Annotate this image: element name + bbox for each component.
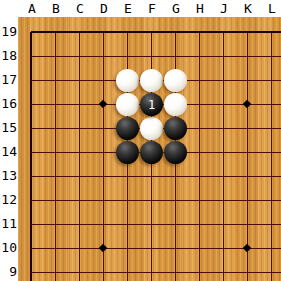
go-diagram: ABCDEFGHJKL 191817161514131211109 1 bbox=[0, 0, 281, 281]
stone-black-G15 bbox=[164, 117, 187, 140]
grid-line-v-L bbox=[271, 32, 272, 281]
grid-line-h-9 bbox=[31, 272, 281, 273]
stone-white-G17 bbox=[164, 69, 187, 92]
column-label-G: G bbox=[164, 1, 188, 16]
grid-line-v-H bbox=[199, 32, 200, 281]
grid-line-h-19 bbox=[31, 31, 281, 33]
stone-white-F17 bbox=[140, 69, 163, 92]
column-label-L: L bbox=[260, 1, 281, 16]
move-number-label: 1 bbox=[148, 99, 155, 111]
grid-line-v-B bbox=[55, 32, 56, 281]
column-label-D: D bbox=[92, 1, 116, 16]
column-label-E: E bbox=[116, 1, 140, 16]
stone-black-G14 bbox=[164, 141, 187, 164]
row-label-15: 15 bbox=[0, 120, 17, 136]
column-label-J: J bbox=[212, 1, 236, 16]
row-label-9: 9 bbox=[0, 264, 17, 280]
stone-white-F15 bbox=[140, 117, 163, 140]
column-label-A: A bbox=[20, 1, 44, 16]
stone-white-E16 bbox=[116, 93, 139, 116]
stone-black-E14 bbox=[116, 141, 139, 164]
row-label-16: 16 bbox=[0, 96, 17, 112]
stone-black-E15 bbox=[116, 117, 139, 140]
column-label-C: C bbox=[68, 1, 92, 16]
grid-line-h-13 bbox=[31, 176, 281, 177]
column-label-K: K bbox=[236, 1, 260, 16]
grid-line-v-J bbox=[223, 32, 224, 281]
column-label-F: F bbox=[140, 1, 164, 16]
stone-black-F16: 1 bbox=[140, 93, 163, 116]
row-label-10: 10 bbox=[0, 240, 17, 256]
stone-black-F14 bbox=[140, 141, 163, 164]
grid-line-h-12 bbox=[31, 200, 281, 201]
grid-line-h-11 bbox=[31, 224, 281, 225]
row-label-11: 11 bbox=[0, 216, 17, 232]
stone-white-E17 bbox=[116, 69, 139, 92]
grid-line-v-A bbox=[30, 32, 32, 281]
row-label-13: 13 bbox=[0, 168, 17, 184]
grid-line-v-C bbox=[79, 32, 80, 281]
row-label-12: 12 bbox=[0, 192, 17, 208]
row-label-19: 19 bbox=[0, 24, 17, 40]
row-label-17: 17 bbox=[0, 72, 17, 88]
column-label-H: H bbox=[188, 1, 212, 16]
grid-line-h-18 bbox=[31, 56, 281, 57]
row-label-14: 14 bbox=[0, 144, 17, 160]
column-label-B: B bbox=[44, 1, 68, 16]
stone-white-G16 bbox=[164, 93, 187, 116]
row-label-18: 18 bbox=[0, 48, 17, 64]
